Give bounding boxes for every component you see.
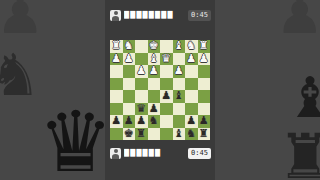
square-g1[interactable]: ♞ [123, 40, 136, 53]
white-pawn-b2[interactable]: ♟ [185, 53, 198, 66]
square-d1[interactable] [160, 40, 173, 53]
square-h1[interactable]: ♜ [110, 40, 123, 53]
square-d2[interactable]: ♛ [160, 53, 173, 66]
white-pawn-g2[interactable]: ♟ [123, 53, 136, 66]
square-a1[interactable]: ♜ [198, 40, 211, 53]
square-c8[interactable]: ♝ [173, 128, 186, 141]
square-g8[interactable]: ♚ [123, 128, 136, 141]
black-rook-f8[interactable]: ♜ [135, 128, 148, 141]
square-h7[interactable]: ♟ [110, 115, 123, 128]
black-knight-b8[interactable]: ♞ [185, 128, 198, 141]
square-b3[interactable] [185, 65, 198, 78]
black-pawn-f7[interactable]: ♟ [135, 115, 148, 128]
player-info-bar: ██████ 0:45 [110, 147, 211, 159]
square-g4[interactable] [123, 78, 136, 91]
square-e3[interactable]: ♟ [148, 65, 161, 78]
opponent-clock: 0:45 [188, 10, 211, 21]
player-avatar[interactable] [110, 148, 121, 159]
square-e4[interactable] [148, 78, 161, 91]
pawn-silhouette-icon: ♟ [0, 0, 44, 42]
square-d6[interactable] [160, 103, 173, 116]
square-c3[interactable]: ♟ [173, 65, 186, 78]
square-a5[interactable] [198, 90, 211, 103]
square-b7[interactable]: ♟ [185, 115, 198, 128]
square-a7[interactable]: ♟ [198, 115, 211, 128]
white-knight-b1[interactable]: ♞ [185, 40, 198, 53]
queen-silhouette-icon: ♛ [38, 100, 113, 180]
square-b5[interactable] [185, 90, 198, 103]
white-bishop-c1[interactable]: ♝ [173, 40, 186, 53]
square-f4[interactable] [135, 78, 148, 91]
white-king-e1[interactable]: ♚ [148, 40, 161, 53]
square-h5[interactable] [110, 90, 123, 103]
square-e8[interactable] [148, 128, 161, 141]
white-pawn-f3[interactable]: ♟ [135, 65, 148, 78]
square-e5[interactable] [148, 90, 161, 103]
player-name-masked: ██████ [124, 148, 188, 159]
square-d5[interactable]: ♟ [160, 90, 173, 103]
square-b4[interactable] [185, 78, 198, 91]
square-a8[interactable]: ♜ [198, 128, 211, 141]
chess-board[interactable]: ♜♞♚♝♞♜♟♟♝♛♟♟♟♟♟♟♝♛♟♟♟♟♞♟♟♚♜♝♞♜ [110, 40, 210, 140]
square-h4[interactable] [110, 78, 123, 91]
black-bishop-c5[interactable]: ♝ [173, 90, 186, 103]
game-panel: ████████ 0:45 ♜♞♚♝♞♜♟♟♝♛♟♟♟♟♟♟♝♛♟♟♟♟♞♟♟♚… [105, 0, 215, 180]
square-h3[interactable] [110, 65, 123, 78]
black-king-g8[interactable]: ♚ [123, 128, 136, 141]
black-bishop-c8[interactable]: ♝ [173, 128, 186, 141]
square-g7[interactable]: ♟ [123, 115, 136, 128]
opponent-info-bar: ████████ 0:45 [110, 9, 211, 21]
square-d8[interactable] [160, 128, 173, 141]
white-pawn-c3[interactable]: ♟ [173, 65, 186, 78]
square-g3[interactable] [123, 65, 136, 78]
square-h2[interactable]: ♟ [110, 53, 123, 66]
player-clock: 0:45 [188, 148, 211, 159]
white-pawn-e3[interactable]: ♟ [148, 65, 161, 78]
black-pawn-d5[interactable]: ♟ [160, 90, 173, 103]
square-f3[interactable]: ♟ [135, 65, 148, 78]
square-b2[interactable]: ♟ [185, 53, 198, 66]
square-c6[interactable] [173, 103, 186, 116]
square-c7[interactable] [173, 115, 186, 128]
pawn-silhouette-icon: ♟ [276, 0, 320, 42]
knight-silhouette-icon: ♞ [0, 46, 41, 104]
black-pawn-a7[interactable]: ♟ [198, 115, 211, 128]
square-a4[interactable] [198, 78, 211, 91]
square-f1[interactable] [135, 40, 148, 53]
black-pawn-h7[interactable]: ♟ [110, 115, 123, 128]
opponent-avatar[interactable] [110, 10, 121, 21]
white-knight-g1[interactable]: ♞ [123, 40, 136, 53]
bishop-silhouette-icon: ♝ [285, 70, 320, 126]
square-f5[interactable] [135, 90, 148, 103]
black-pawn-b7[interactable]: ♟ [185, 115, 198, 128]
white-pawn-h2[interactable]: ♟ [110, 53, 123, 66]
black-rook-a8[interactable]: ♜ [198, 128, 211, 141]
square-d3[interactable] [160, 65, 173, 78]
square-c5[interactable]: ♝ [173, 90, 186, 103]
square-h8[interactable] [110, 128, 123, 141]
white-queen-d2[interactable]: ♛ [160, 53, 173, 66]
opponent-name-masked: ████████ [124, 10, 188, 21]
square-e7[interactable]: ♞ [148, 115, 161, 128]
black-pawn-g7[interactable]: ♟ [123, 115, 136, 128]
square-a3[interactable] [198, 65, 211, 78]
screenshot-stage: ♟ ♟ ♞ ♝ ♛ ♜ ████████ 0:45 ♜♞♚♝♞♜♟♟♝♛♟♟♟♟… [0, 0, 320, 180]
square-g2[interactable]: ♟ [123, 53, 136, 66]
square-g5[interactable] [123, 90, 136, 103]
square-e1[interactable]: ♚ [148, 40, 161, 53]
square-b8[interactable]: ♞ [185, 128, 198, 141]
square-c1[interactable]: ♝ [173, 40, 186, 53]
square-a2[interactable]: ♟ [198, 53, 211, 66]
square-f8[interactable]: ♜ [135, 128, 148, 141]
square-b1[interactable]: ♞ [185, 40, 198, 53]
square-d7[interactable] [160, 115, 173, 128]
rook-silhouette-icon: ♜ [277, 126, 320, 180]
white-pawn-a2[interactable]: ♟ [198, 53, 211, 66]
white-rook-h1[interactable]: ♜ [110, 40, 123, 53]
square-f7[interactable]: ♟ [135, 115, 148, 128]
black-knight-e7[interactable]: ♞ [148, 115, 161, 128]
white-rook-a1[interactable]: ♜ [198, 40, 211, 53]
